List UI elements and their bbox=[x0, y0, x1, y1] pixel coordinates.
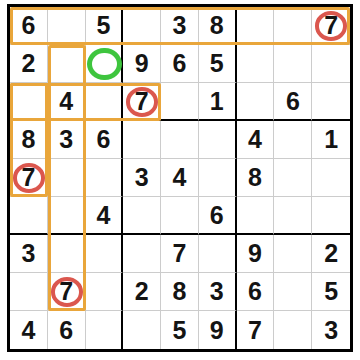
cell-r2c7[interactable] bbox=[237, 45, 275, 83]
cell-r3c8[interactable]: 6 bbox=[274, 83, 312, 121]
cell-r4c5[interactable] bbox=[161, 121, 199, 159]
cell-r3c3[interactable] bbox=[86, 83, 124, 121]
cell-r8c1[interactable] bbox=[10, 273, 48, 311]
cell-r4c9[interactable]: 1 bbox=[312, 121, 350, 159]
cell-r9c3[interactable] bbox=[86, 311, 124, 349]
cell-r8c6[interactable]: 3 bbox=[199, 273, 237, 311]
cell-r6c4[interactable] bbox=[123, 197, 161, 235]
cell-r1c3[interactable]: 5 bbox=[86, 7, 124, 45]
cell-r8c8[interactable] bbox=[274, 273, 312, 311]
sudoku-board: 6538729654716836417348463792728365465973 bbox=[7, 4, 353, 352]
cell-r2c3[interactable] bbox=[86, 45, 124, 83]
cell-r9c5[interactable]: 5 bbox=[161, 311, 199, 349]
cell-r9c9[interactable]: 3 bbox=[312, 311, 350, 349]
cell-r4c4[interactable] bbox=[123, 121, 161, 159]
cell-r2c2[interactable] bbox=[48, 45, 86, 83]
cell-r3c5[interactable] bbox=[161, 83, 199, 121]
cell-r6c3[interactable]: 4 bbox=[86, 197, 124, 235]
cell-r4c1[interactable]: 8 bbox=[10, 121, 48, 159]
cell-r8c5[interactable]: 8 bbox=[161, 273, 199, 311]
cell-r5c8[interactable] bbox=[274, 159, 312, 197]
cell-r4c6[interactable] bbox=[199, 121, 237, 159]
cell-r3c2[interactable]: 4 bbox=[48, 83, 86, 121]
cell-r2c1[interactable]: 2 bbox=[10, 45, 48, 83]
cell-r5c1[interactable]: 7 bbox=[10, 159, 48, 197]
cell-r9c2[interactable]: 6 bbox=[48, 311, 86, 349]
cell-r7c5[interactable]: 7 bbox=[161, 235, 199, 273]
cell-r5c5[interactable]: 4 bbox=[161, 159, 199, 197]
cell-r2c4[interactable]: 9 bbox=[123, 45, 161, 83]
cell-r2c5[interactable]: 6 bbox=[161, 45, 199, 83]
cell-r7c3[interactable] bbox=[86, 235, 124, 273]
cell-r5c4[interactable]: 3 bbox=[123, 159, 161, 197]
cell-r2c9[interactable] bbox=[312, 45, 350, 83]
cell-r9c8[interactable] bbox=[274, 311, 312, 349]
cell-r3c1[interactable] bbox=[10, 83, 48, 121]
cell-r6c5[interactable] bbox=[161, 197, 199, 235]
cell-r7c8[interactable] bbox=[274, 235, 312, 273]
cell-r6c9[interactable] bbox=[312, 197, 350, 235]
cell-r5c7[interactable]: 8 bbox=[237, 159, 275, 197]
cell-r1c1[interactable]: 6 bbox=[10, 7, 48, 45]
cell-r3c7[interactable] bbox=[237, 83, 275, 121]
cell-r9c1[interactable]: 4 bbox=[10, 311, 48, 349]
cell-r9c7[interactable]: 7 bbox=[237, 311, 275, 349]
cell-r8c9[interactable]: 5 bbox=[312, 273, 350, 311]
cell-r4c2[interactable]: 3 bbox=[48, 121, 86, 159]
cell-r3c6[interactable]: 1 bbox=[199, 83, 237, 121]
cell-r3c4[interactable]: 7 bbox=[123, 83, 161, 121]
cell-r7c1[interactable]: 3 bbox=[10, 235, 48, 273]
cell-r9c4[interactable] bbox=[123, 311, 161, 349]
cell-r4c8[interactable] bbox=[274, 121, 312, 159]
cell-r6c6[interactable]: 6 bbox=[199, 197, 237, 235]
cell-r5c3[interactable] bbox=[86, 159, 124, 197]
cell-r1c7[interactable] bbox=[237, 7, 275, 45]
cell-r1c6[interactable]: 8 bbox=[199, 7, 237, 45]
cell-r2c8[interactable] bbox=[274, 45, 312, 83]
cell-r4c7[interactable]: 4 bbox=[237, 121, 275, 159]
cell-r1c2[interactable] bbox=[48, 7, 86, 45]
cell-r1c5[interactable]: 3 bbox=[161, 7, 199, 45]
cell-r1c9[interactable]: 7 bbox=[312, 7, 350, 45]
cell-r8c3[interactable] bbox=[86, 273, 124, 311]
cell-r2c6[interactable]: 5 bbox=[199, 45, 237, 83]
cell-r6c7[interactable] bbox=[237, 197, 275, 235]
cell-r5c9[interactable] bbox=[312, 159, 350, 197]
sudoku-board-area: 6538729654716836417348463792728365465973 bbox=[7, 4, 353, 352]
cell-r7c4[interactable] bbox=[123, 235, 161, 273]
cell-r7c2[interactable] bbox=[48, 235, 86, 273]
cell-r1c4[interactable] bbox=[123, 7, 161, 45]
cell-r9c6[interactable]: 9 bbox=[199, 311, 237, 349]
cell-r7c6[interactable] bbox=[199, 235, 237, 273]
cell-r6c2[interactable] bbox=[48, 197, 86, 235]
cell-r8c7[interactable]: 6 bbox=[237, 273, 275, 311]
cell-r8c4[interactable]: 2 bbox=[123, 273, 161, 311]
cell-r6c1[interactable] bbox=[10, 197, 48, 235]
cell-r7c7[interactable]: 9 bbox=[237, 235, 275, 273]
cell-r1c8[interactable] bbox=[274, 7, 312, 45]
cell-r7c9[interactable]: 2 bbox=[312, 235, 350, 273]
cell-r5c2[interactable] bbox=[48, 159, 86, 197]
cell-r8c2[interactable]: 7 bbox=[48, 273, 86, 311]
cell-r6c8[interactable] bbox=[274, 197, 312, 235]
cell-r4c3[interactable]: 6 bbox=[86, 121, 124, 159]
cell-r3c9[interactable] bbox=[312, 83, 350, 121]
cell-r5c6[interactable] bbox=[199, 159, 237, 197]
